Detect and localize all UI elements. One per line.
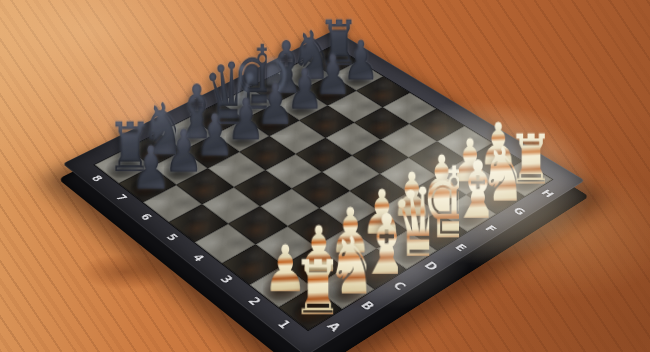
chess-scene: ♜♞♝♛♚♝♞♜♟♟♟♟♟♟♟♟♟♟♟♟♟♟♟♟♜♞♝♛♚♝♞♜ ABCDEFG…: [0, 0, 650, 352]
rank-label-1: 1: [274, 318, 293, 331]
rank-label-2: 2: [245, 295, 264, 308]
rank-label-8: 8: [88, 173, 106, 183]
rank-label-4: 4: [189, 252, 208, 264]
rank-label-6: 6: [137, 212, 155, 223]
rank-label-7: 7: [112, 192, 130, 203]
file-label-c: C: [390, 279, 409, 292]
board-perspective: ♜♞♝♛♚♝♞♜♟♟♟♟♟♟♟♟♟♟♟♟♟♟♟♟♜♞♝♛♚♝♞♜ ABCDEFG…: [0, 0, 650, 352]
file-label-h: H: [538, 188, 557, 200]
square-f6[interactable]: [299, 106, 354, 138]
file-label-d: D: [421, 260, 441, 273]
rank-label-3: 3: [216, 273, 235, 285]
piece-white-rook-a1[interactable]: ♜: [292, 250, 332, 326]
file-label-b: B: [357, 299, 377, 312]
chessboard: ♜♞♝♛♚♝♞♜♟♟♟♟♟♟♟♟♟♟♟♟♟♟♟♟♜♞♝♛♚♝♞♜ ABCDEFG…: [62, 30, 585, 352]
file-label-a: A: [324, 320, 344, 334]
file-label-g: G: [510, 205, 529, 217]
board-squares: ♜♞♝♛♚♝♞♜♟♟♟♟♟♟♟♟♟♟♟♟♟♟♟♟♜♞♝♛♚♝♞♜: [95, 46, 553, 330]
rank-label-5: 5: [163, 232, 181, 243]
